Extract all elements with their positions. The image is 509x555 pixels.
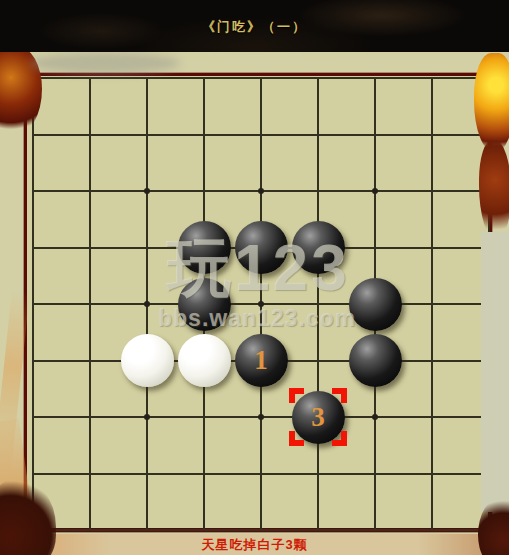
capture-marker [289, 388, 347, 446]
star-point [144, 188, 150, 194]
marker-corner [332, 388, 347, 403]
white-stone [178, 334, 231, 387]
grid-line-horizontal [32, 473, 490, 475]
star-point [372, 414, 378, 420]
watermark-url: bbs.wan123.com [158, 305, 356, 332]
grid-line-vertical [431, 77, 433, 531]
star-point [258, 188, 264, 194]
grid-line-vertical [488, 77, 490, 531]
title-bar: 《门吃》（一） [0, 0, 509, 52]
move-number: 1 [235, 334, 288, 387]
grid-line-horizontal [32, 529, 490, 531]
star-point [258, 414, 264, 420]
white-stone [121, 334, 174, 387]
go-lesson-screen: 13 玩123 bbs.wan123.com 《门吃》（一） 天星吃掉白子3颗 [0, 0, 509, 555]
marker-corner [289, 388, 304, 403]
marker-corner [289, 431, 304, 446]
lesson-title: 《门吃》（一） [0, 18, 509, 36]
top-left-smudge [30, 52, 180, 74]
star-point [372, 188, 378, 194]
marker-corner [332, 431, 347, 446]
watermark-text: 玩123 [167, 236, 350, 300]
star-point [144, 301, 150, 307]
star-point [144, 414, 150, 420]
lesson-caption: 天星吃掉白子3颗 [201, 536, 307, 554]
caption-bar: 天星吃掉白子3颗 [0, 534, 509, 555]
black-stone [349, 278, 402, 331]
black-stone [349, 334, 402, 387]
grid-line-vertical [317, 77, 319, 531]
